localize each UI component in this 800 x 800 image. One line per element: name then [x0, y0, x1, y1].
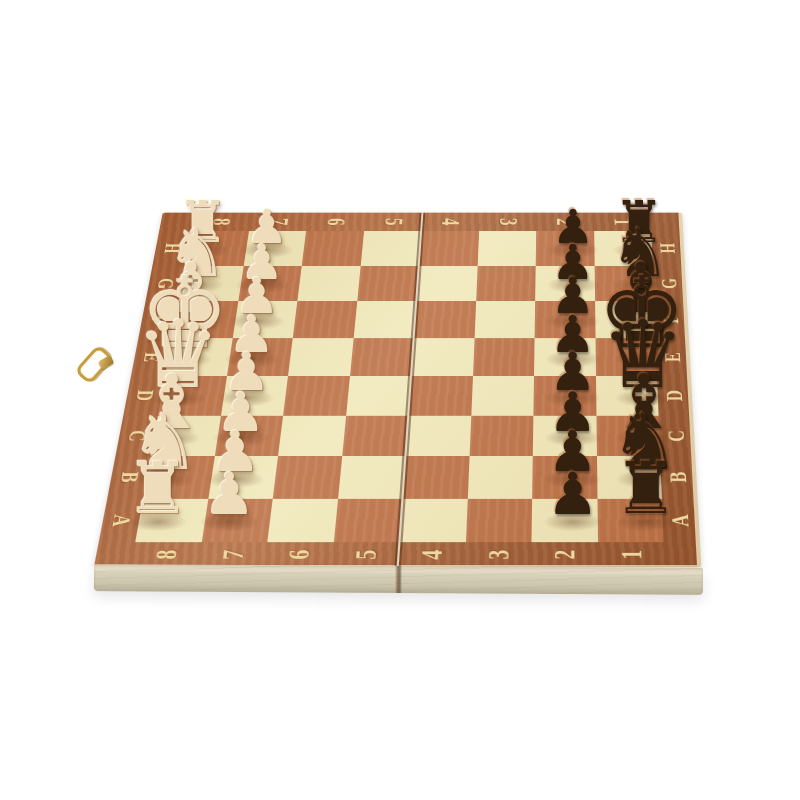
square-B7 — [208, 456, 278, 498]
product-photo-stage: 8765432187654321HGFEDCBAHGFEDCBA ♜♟♟♜♞♟♟… — [0, 0, 800, 800]
label-top-3: 3 — [491, 205, 524, 239]
label-top-5: 5 — [376, 205, 410, 239]
square-D5 — [346, 376, 411, 415]
label-left-B: B — [95, 465, 164, 488]
square-B4 — [402, 456, 469, 498]
square-G5 — [357, 266, 419, 302]
label-left-G: G — [134, 273, 197, 293]
square-F6 — [293, 301, 357, 338]
square-F2 — [535, 301, 595, 338]
square-D2 — [533, 376, 596, 415]
label-left-A: A — [86, 508, 156, 532]
square-B2 — [532, 456, 597, 498]
label-right-A: A — [648, 508, 715, 532]
label-right-D: D — [644, 385, 707, 407]
square-G6 — [297, 266, 360, 302]
square-G2 — [535, 266, 594, 302]
box-front-edge — [94, 564, 703, 595]
label-right-H: H — [639, 239, 698, 258]
square-C5 — [342, 415, 409, 456]
label-top-7: 7 — [260, 205, 296, 239]
label-left-C: C — [103, 424, 170, 447]
square-F3 — [474, 301, 535, 338]
label-right-G: G — [640, 273, 700, 293]
label-top-2: 2 — [549, 205, 581, 239]
label-left-D: D — [111, 385, 177, 407]
square-E3 — [473, 338, 535, 376]
label-right-C: C — [645, 424, 709, 447]
label-left-H: H — [141, 239, 203, 258]
square-E4 — [411, 338, 474, 376]
square-F7 — [232, 301, 297, 338]
label-top-1: 1 — [606, 205, 639, 239]
square-G4 — [416, 266, 477, 302]
square-E5 — [350, 338, 414, 376]
square-E7 — [227, 338, 293, 376]
square-D6 — [283, 376, 349, 415]
fold-gap-front — [395, 566, 402, 593]
label-right-E: E — [642, 346, 704, 367]
square-G3 — [476, 266, 536, 302]
square-B5 — [338, 456, 406, 498]
label-top-4: 4 — [434, 205, 468, 239]
chess-board: 8765432187654321HGFEDCBAHGFEDCBA — [94, 213, 702, 568]
label-left-F: F — [127, 309, 191, 329]
label-right-B: B — [646, 465, 711, 488]
square-D7 — [221, 376, 288, 415]
square-C4 — [405, 415, 470, 456]
square-E6 — [288, 338, 353, 376]
square-G7 — [238, 266, 302, 302]
label-right-F: F — [641, 309, 702, 329]
square-C6 — [278, 415, 346, 456]
square-F4 — [414, 301, 476, 338]
label-top-6: 6 — [318, 205, 353, 239]
square-D4 — [408, 376, 472, 415]
square-C7 — [214, 415, 283, 456]
label-top-8: 8 — [203, 205, 240, 239]
square-C3 — [469, 415, 533, 456]
square-C2 — [533, 415, 597, 456]
label-left-E: E — [119, 346, 184, 367]
square-B3 — [467, 456, 532, 498]
square-B6 — [273, 456, 342, 498]
square-F5 — [353, 301, 416, 338]
square-E2 — [534, 338, 596, 376]
square-D3 — [471, 376, 534, 415]
